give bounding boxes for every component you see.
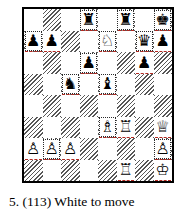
square-f7 (117, 31, 136, 53)
square-d1 (80, 160, 99, 182)
piece-white-pawn: ♙ (156, 141, 170, 157)
square-e5: ♝ (98, 74, 117, 96)
square-e2 (98, 138, 117, 160)
square-h7: ♟ (154, 31, 173, 53)
diagram-caption: 5. (113) White to move (9, 194, 135, 210)
square-h5 (154, 74, 173, 96)
piece-white-bishop: ♗ (100, 119, 114, 135)
square-b8 (43, 9, 62, 31)
piece-black-knight: ♞ (63, 76, 77, 92)
square-d2 (80, 138, 99, 160)
square-d4 (80, 95, 99, 117)
piece-halo: ♜ (80, 10, 97, 30)
piece-white-pawn: ♙ (45, 141, 59, 157)
square-c5: ♞ (61, 74, 80, 96)
piece-white-pawn: ♙ (63, 141, 77, 157)
square-c2: ♙ (61, 138, 80, 160)
square-f2 (117, 138, 136, 160)
square-f5 (117, 74, 136, 96)
square-g3 (135, 117, 154, 139)
square-d8: ♜ (80, 9, 99, 31)
piece-white-queen: ♕ (156, 119, 170, 135)
square-g6: ♟ (135, 52, 154, 74)
piece-black-bishop: ♝ (100, 76, 114, 92)
square-a5 (24, 74, 43, 96)
piece-black-queen: ♛ (137, 33, 151, 49)
piece-black-pawn: ♟ (82, 55, 96, 71)
square-e1 (98, 160, 117, 182)
square-c8 (61, 9, 80, 31)
diagram-page: ♜♜♚♟♟♘♛♟♟♟♞♝♗♖♕♙♙♙♙♖♔ 5. (113) White to … (0, 0, 183, 219)
square-a2: ♙ (24, 138, 43, 160)
square-b2: ♙ (43, 138, 62, 160)
square-c6 (61, 52, 80, 74)
square-g1 (135, 160, 154, 182)
square-h4 (154, 95, 173, 117)
square-c7 (61, 31, 80, 53)
square-c4 (61, 95, 80, 117)
piece-black-pawn: ♟ (26, 33, 40, 49)
square-d6: ♟ (80, 52, 99, 74)
square-e7: ♘ (98, 31, 117, 53)
piece-halo: ♜ (117, 10, 134, 30)
piece-halo: ♝ (99, 74, 116, 94)
piece-black-pawn: ♟ (156, 33, 170, 49)
square-h2: ♙ (154, 138, 173, 160)
square-a3 (24, 117, 43, 139)
piece-halo: ♞ (62, 74, 79, 94)
piece-black-rook: ♜ (82, 12, 96, 28)
square-h8: ♚ (154, 9, 173, 31)
square-h1: ♔ (154, 160, 173, 182)
square-h6 (154, 52, 173, 74)
square-b7: ♟ (43, 31, 62, 53)
piece-black-pawn: ♟ (137, 55, 151, 71)
piece-white-king: ♔ (156, 162, 170, 178)
square-a4 (24, 95, 43, 117)
piece-halo: ♛ (136, 31, 153, 51)
square-g4 (135, 95, 154, 117)
piece-white-pawn: ♙ (26, 141, 40, 157)
square-f4 (117, 95, 136, 117)
square-g7: ♛ (135, 31, 154, 53)
piece-halo: ♚ (154, 10, 171, 30)
square-g5 (135, 74, 154, 96)
piece-white-rook: ♖ (119, 119, 133, 135)
square-b1 (43, 160, 62, 182)
piece-halo: ♟ (25, 31, 42, 51)
square-g2 (135, 138, 154, 160)
square-d7 (80, 31, 99, 53)
square-e3: ♗ (98, 117, 117, 139)
square-a6 (24, 52, 43, 74)
piece-white-knight: ♘ (100, 33, 114, 49)
square-f3: ♖ (117, 117, 136, 139)
square-c1 (61, 160, 80, 182)
piece-halo: ♟ (80, 53, 97, 73)
square-b3 (43, 117, 62, 139)
square-d3 (80, 117, 99, 139)
piece-black-rook: ♜ (119, 12, 133, 28)
square-c3 (61, 117, 80, 139)
piece-halo: ♘ (99, 31, 116, 51)
piece-black-king: ♚ (156, 12, 170, 28)
piece-halo: ♙ (43, 139, 60, 159)
square-f1: ♖ (117, 160, 136, 182)
piece-halo: ♗ (99, 117, 116, 137)
square-d5 (80, 74, 99, 96)
square-b6 (43, 52, 62, 74)
piece-white-rook: ♖ (119, 162, 133, 178)
piece-halo: ♙ (154, 139, 171, 159)
square-e6 (98, 52, 117, 74)
square-f6 (117, 52, 136, 74)
square-e8 (98, 9, 117, 31)
square-b4 (43, 95, 62, 117)
square-a1 (24, 160, 43, 182)
square-e4 (98, 95, 117, 117)
square-b5 (43, 74, 62, 96)
square-h3: ♕ (154, 117, 173, 139)
square-a8 (24, 9, 43, 31)
chess-board: ♜♜♚♟♟♘♛♟♟♟♞♝♗♖♕♙♙♙♙♖♔ (22, 7, 174, 183)
square-a7: ♟ (24, 31, 43, 53)
square-f8: ♜ (117, 9, 136, 31)
square-g8 (135, 9, 154, 31)
piece-black-pawn: ♟ (45, 33, 59, 49)
